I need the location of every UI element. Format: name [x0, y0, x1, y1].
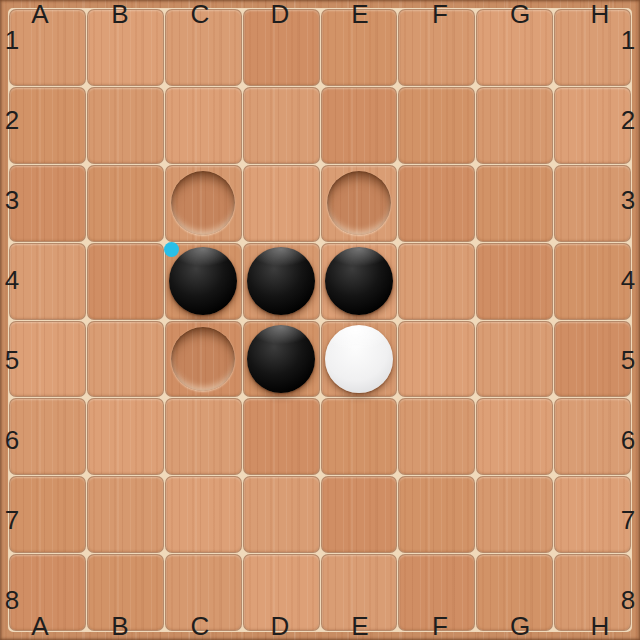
cell-H6[interactable] — [555, 399, 630, 474]
cell-A7[interactable] — [10, 477, 85, 552]
cell-G4[interactable] — [477, 244, 552, 319]
cell-B6[interactable] — [88, 399, 163, 474]
cell-B1[interactable] — [88, 10, 163, 85]
cell-D2[interactable] — [244, 88, 319, 163]
cell-A1[interactable] — [10, 10, 85, 85]
cell-F6[interactable] — [399, 399, 474, 474]
cell-D7[interactable] — [244, 477, 319, 552]
white-disc — [325, 325, 393, 393]
cell-B8[interactable] — [88, 555, 163, 630]
cell-H8[interactable] — [555, 555, 630, 630]
cell-D5[interactable] — [244, 322, 319, 397]
cell-H7[interactable] — [555, 477, 630, 552]
cell-F8[interactable] — [399, 555, 474, 630]
cell-H3[interactable] — [555, 166, 630, 241]
cell-G2[interactable] — [477, 88, 552, 163]
cell-G8[interactable] — [477, 555, 552, 630]
cell-G5[interactable] — [477, 322, 552, 397]
cell-C6[interactable] — [166, 399, 241, 474]
black-disc — [247, 325, 315, 393]
cell-A6[interactable] — [10, 399, 85, 474]
cell-H2[interactable] — [555, 88, 630, 163]
black-disc — [169, 247, 237, 315]
cell-E4[interactable] — [322, 244, 397, 319]
cell-A3[interactable] — [10, 166, 85, 241]
cell-A4[interactable] — [10, 244, 85, 319]
cell-D8[interactable] — [244, 555, 319, 630]
cell-C4[interactable] — [166, 244, 241, 319]
legal-move-hole[interactable] — [171, 327, 235, 391]
cell-C1[interactable] — [166, 10, 241, 85]
black-disc — [247, 247, 315, 315]
cell-E6[interactable] — [322, 399, 397, 474]
cell-F2[interactable] — [399, 88, 474, 163]
last-move-marker — [164, 242, 179, 257]
cell-H4[interactable] — [555, 244, 630, 319]
cell-C5[interactable] — [166, 322, 241, 397]
cell-C7[interactable] — [166, 477, 241, 552]
cell-F3[interactable] — [399, 166, 474, 241]
legal-move-hole[interactable] — [327, 171, 391, 235]
cell-D4[interactable] — [244, 244, 319, 319]
cell-B3[interactable] — [88, 166, 163, 241]
cell-C3[interactable] — [166, 166, 241, 241]
cell-D1[interactable] — [244, 10, 319, 85]
cell-F4[interactable] — [399, 244, 474, 319]
cell-B7[interactable] — [88, 477, 163, 552]
cell-E5[interactable] — [322, 322, 397, 397]
cell-B4[interactable] — [88, 244, 163, 319]
cell-G7[interactable] — [477, 477, 552, 552]
cell-A5[interactable] — [10, 322, 85, 397]
legal-move-hole[interactable] — [171, 171, 235, 235]
cell-C2[interactable] — [166, 88, 241, 163]
cell-A8[interactable] — [10, 555, 85, 630]
cell-E2[interactable] — [322, 88, 397, 163]
cell-C8[interactable] — [166, 555, 241, 630]
cell-E3[interactable] — [322, 166, 397, 241]
cell-G6[interactable] — [477, 399, 552, 474]
board-grid — [8, 8, 632, 632]
cell-B5[interactable] — [88, 322, 163, 397]
cell-H5[interactable] — [555, 322, 630, 397]
cell-G1[interactable] — [477, 10, 552, 85]
cell-F1[interactable] — [399, 10, 474, 85]
cell-A2[interactable] — [10, 88, 85, 163]
cell-G3[interactable] — [477, 166, 552, 241]
cell-F5[interactable] — [399, 322, 474, 397]
cell-E1[interactable] — [322, 10, 397, 85]
othello-board: AABBCCDDEEFFGGHH1122334455667788 — [0, 0, 640, 640]
cell-D3[interactable] — [244, 166, 319, 241]
cell-D6[interactable] — [244, 399, 319, 474]
cell-E7[interactable] — [322, 477, 397, 552]
cell-H1[interactable] — [555, 10, 630, 85]
cell-E8[interactable] — [322, 555, 397, 630]
black-disc — [325, 247, 393, 315]
cell-F7[interactable] — [399, 477, 474, 552]
cell-B2[interactable] — [88, 88, 163, 163]
